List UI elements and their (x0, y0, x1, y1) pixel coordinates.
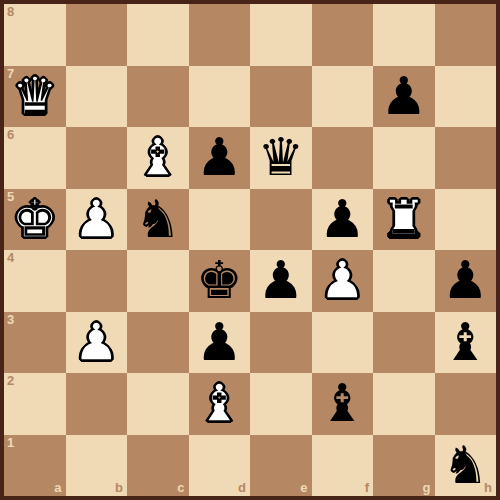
square-c6[interactable]: ♝ (127, 127, 189, 189)
black-queen[interactable]: ♛ (257, 127, 304, 189)
square-g7[interactable]: ♟ (373, 66, 435, 128)
square-c8[interactable] (127, 4, 189, 66)
square-b6[interactable] (66, 127, 128, 189)
file-label-g: g (423, 481, 431, 494)
square-d7[interactable] (189, 66, 251, 128)
square-b2[interactable] (66, 373, 128, 435)
black-pawn[interactable]: ♟ (380, 66, 427, 128)
square-e5[interactable] (250, 189, 312, 251)
black-pawn[interactable]: ♟ (257, 250, 304, 312)
square-e1[interactable]: e (250, 435, 312, 497)
square-c1[interactable]: c (127, 435, 189, 497)
rank-label-8: 8 (7, 5, 14, 18)
square-a4[interactable]: 4 (4, 250, 66, 312)
black-knight[interactable]: ♞ (134, 189, 181, 251)
square-e7[interactable] (250, 66, 312, 128)
square-b8[interactable] (66, 4, 128, 66)
square-c5[interactable]: ♞ (127, 189, 189, 251)
black-pawn[interactable]: ♟ (319, 189, 366, 251)
square-g3[interactable] (373, 312, 435, 374)
black-pawn[interactable]: ♟ (442, 250, 489, 312)
square-f3[interactable] (312, 312, 374, 374)
square-g5[interactable]: ♜ (373, 189, 435, 251)
black-pawn[interactable]: ♟ (196, 127, 243, 189)
square-e3[interactable] (250, 312, 312, 374)
square-a8[interactable]: 8 (4, 4, 66, 66)
chess-board-frame: 87♛♟6♝♟♛5♚♟♞♟♜4♚♟♟♟3♟♟♝2♝♝1abcdefgh♞ (0, 0, 500, 500)
square-c3[interactable] (127, 312, 189, 374)
file-label-f: f (365, 481, 369, 494)
square-d6[interactable]: ♟ (189, 127, 251, 189)
square-e8[interactable] (250, 4, 312, 66)
white-pawn[interactable]: ♟ (73, 312, 120, 374)
square-c4[interactable] (127, 250, 189, 312)
square-h3[interactable]: ♝ (435, 312, 497, 374)
black-bishop[interactable]: ♝ (442, 312, 489, 374)
white-king[interactable]: ♚ (11, 189, 58, 251)
square-f2[interactable]: ♝ (312, 373, 374, 435)
black-king[interactable]: ♚ (196, 250, 243, 312)
square-d8[interactable] (189, 4, 251, 66)
rank-label-6: 6 (7, 128, 14, 141)
square-e6[interactable]: ♛ (250, 127, 312, 189)
square-b5[interactable]: ♟ (66, 189, 128, 251)
square-a2[interactable]: 2 (4, 373, 66, 435)
square-a7[interactable]: 7♛ (4, 66, 66, 128)
square-d4[interactable]: ♚ (189, 250, 251, 312)
square-a6[interactable]: 6 (4, 127, 66, 189)
square-h7[interactable] (435, 66, 497, 128)
square-d1[interactable]: d (189, 435, 251, 497)
white-rook[interactable]: ♜ (380, 189, 427, 251)
file-label-a: a (54, 481, 61, 494)
square-e4[interactable]: ♟ (250, 250, 312, 312)
file-label-c: c (177, 481, 184, 494)
square-g6[interactable] (373, 127, 435, 189)
square-h4[interactable]: ♟ (435, 250, 497, 312)
chess-board: 87♛♟6♝♟♛5♚♟♞♟♜4♚♟♟♟3♟♟♝2♝♝1abcdefgh♞ (4, 4, 496, 496)
black-knight[interactable]: ♞ (442, 435, 489, 497)
black-pawn[interactable]: ♟ (196, 312, 243, 374)
square-d3[interactable]: ♟ (189, 312, 251, 374)
square-d5[interactable] (189, 189, 251, 251)
file-label-d: d (238, 481, 246, 494)
white-pawn[interactable]: ♟ (319, 250, 366, 312)
white-queen[interactable]: ♛ (11, 66, 58, 128)
square-h1[interactable]: h♞ (435, 435, 497, 497)
white-bishop[interactable]: ♝ (196, 373, 243, 435)
square-c7[interactable] (127, 66, 189, 128)
square-b4[interactable] (66, 250, 128, 312)
square-f4[interactable]: ♟ (312, 250, 374, 312)
square-d2[interactable]: ♝ (189, 373, 251, 435)
black-bishop[interactable]: ♝ (319, 373, 366, 435)
white-bishop[interactable]: ♝ (134, 127, 181, 189)
square-f7[interactable] (312, 66, 374, 128)
square-h6[interactable] (435, 127, 497, 189)
square-e2[interactable] (250, 373, 312, 435)
square-h2[interactable] (435, 373, 497, 435)
square-f8[interactable] (312, 4, 374, 66)
square-h5[interactable] (435, 189, 497, 251)
square-g2[interactable] (373, 373, 435, 435)
square-f6[interactable] (312, 127, 374, 189)
square-g1[interactable]: g (373, 435, 435, 497)
rank-label-3: 3 (7, 313, 14, 326)
square-b3[interactable]: ♟ (66, 312, 128, 374)
white-pawn[interactable]: ♟ (73, 189, 120, 251)
rank-label-2: 2 (7, 374, 14, 387)
rank-label-1: 1 (7, 436, 14, 449)
square-g8[interactable] (373, 4, 435, 66)
square-a1[interactable]: 1a (4, 435, 66, 497)
square-g4[interactable] (373, 250, 435, 312)
square-b1[interactable]: b (66, 435, 128, 497)
square-c2[interactable] (127, 373, 189, 435)
file-label-e: e (300, 481, 307, 494)
square-a3[interactable]: 3 (4, 312, 66, 374)
square-a5[interactable]: 5♚ (4, 189, 66, 251)
square-f5[interactable]: ♟ (312, 189, 374, 251)
square-f1[interactable]: f (312, 435, 374, 497)
file-label-b: b (115, 481, 123, 494)
square-b7[interactable] (66, 66, 128, 128)
rank-label-4: 4 (7, 251, 14, 264)
square-h8[interactable] (435, 4, 497, 66)
